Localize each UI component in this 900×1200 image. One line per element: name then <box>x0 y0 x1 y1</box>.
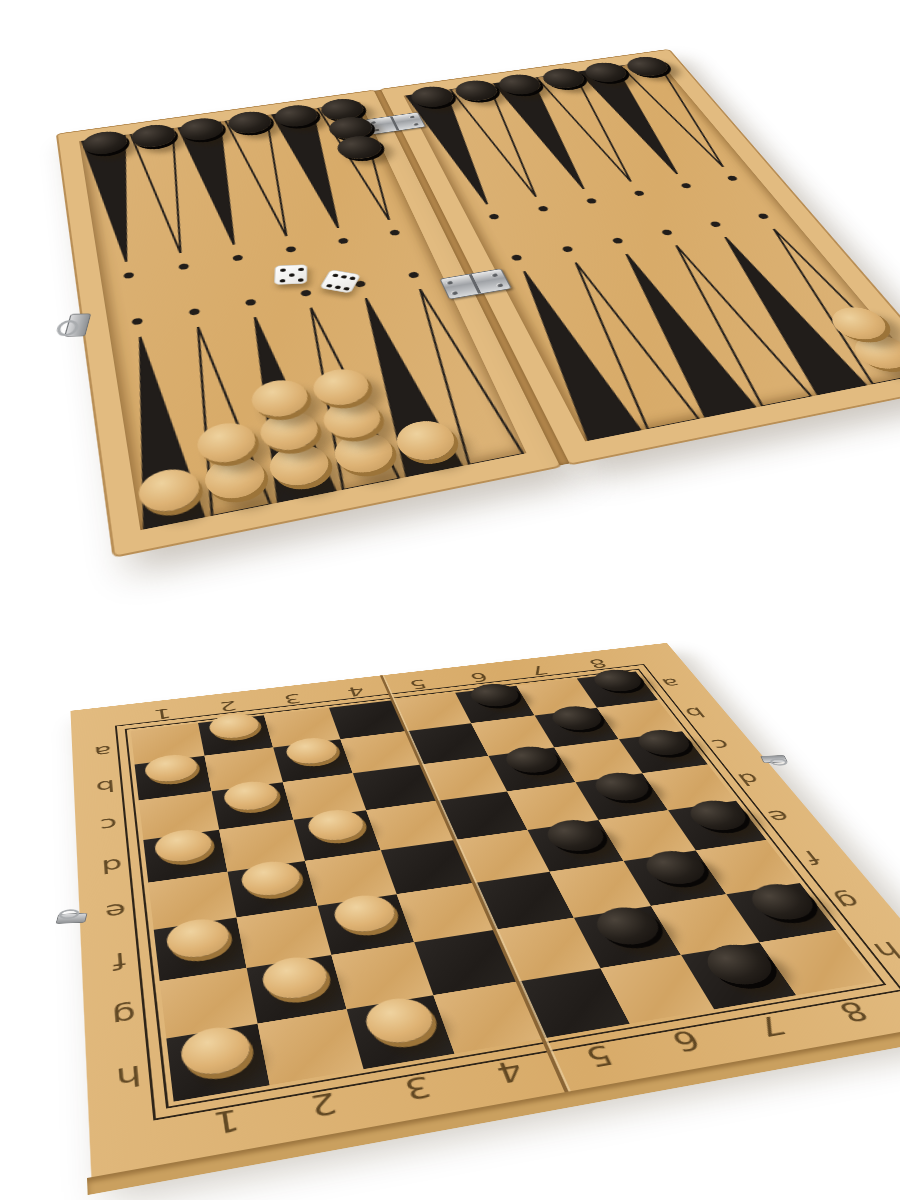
backgammon-point <box>178 122 257 249</box>
file-label: 5 <box>566 1034 632 1077</box>
board-square <box>471 715 554 756</box>
rank-label: e <box>751 803 806 830</box>
die-pip-icon <box>280 268 286 272</box>
checkers-board-surface: 1122334455667788aabbccddeeffgghh <box>70 643 900 1178</box>
rank-label: b <box>671 702 719 723</box>
checker-piece-white <box>222 779 281 813</box>
decorative-dot <box>726 175 738 181</box>
decorative-dot <box>680 183 692 189</box>
backgammon-open-box <box>58 50 900 556</box>
decorative-dot <box>131 318 143 326</box>
checker-piece-white <box>144 752 200 784</box>
board-square <box>258 1009 364 1085</box>
checker-piece-white <box>283 736 341 767</box>
board-square <box>131 723 205 764</box>
decorative-dot <box>510 254 522 261</box>
decorative-dot <box>123 272 134 279</box>
decorative-dot <box>633 190 645 196</box>
decorative-dot <box>488 213 500 220</box>
decorative-dot <box>245 299 257 307</box>
rank-label: a <box>648 673 694 693</box>
checker-piece-white <box>207 712 261 741</box>
file-label: 3 <box>386 1065 449 1110</box>
rank-label: f <box>783 842 841 871</box>
backgammon-point <box>654 242 811 407</box>
die-pip-icon <box>340 275 347 279</box>
decorative-dot <box>389 229 401 236</box>
file-label: 1 <box>143 703 183 724</box>
board-square <box>205 747 283 791</box>
file-label: 3 <box>272 688 313 709</box>
file-label: 6 <box>458 667 500 686</box>
die-pip-icon <box>334 285 341 289</box>
board-square <box>554 739 642 782</box>
rank-label: e <box>92 895 140 928</box>
die-pip-icon <box>326 284 333 288</box>
board-square <box>517 679 598 716</box>
decorative-dot <box>232 254 243 261</box>
checker-piece-black <box>466 682 524 709</box>
checker-piece-black <box>547 704 608 733</box>
die-pip-icon <box>298 278 304 282</box>
board-square <box>597 700 682 739</box>
checker-piece-black <box>500 744 563 775</box>
board-square <box>353 765 438 811</box>
rank-label: c <box>87 810 131 838</box>
board-square <box>535 708 619 748</box>
rank-label: b <box>85 774 127 799</box>
file-label: 8 <box>576 654 619 673</box>
board-square <box>264 708 340 748</box>
board-square <box>577 672 658 708</box>
board-square <box>421 756 507 801</box>
checker-piece-black <box>589 770 656 803</box>
decorative-dot <box>709 221 722 228</box>
decorative-dot <box>178 263 189 270</box>
board-square <box>489 748 576 792</box>
decorative-dot <box>408 271 420 278</box>
board-square <box>619 731 708 773</box>
checker-piece-black <box>588 668 647 694</box>
die-pip-icon <box>349 276 356 280</box>
board-square <box>273 739 353 782</box>
checker-piece-black <box>632 727 697 757</box>
board-square <box>507 782 598 830</box>
checker-piece-white <box>305 807 368 843</box>
board-square <box>393 693 472 731</box>
clasp-icon <box>55 913 87 924</box>
decorative-dot <box>285 246 296 253</box>
die-pip-icon <box>280 279 286 283</box>
board-square <box>212 782 294 830</box>
board-square <box>437 791 527 840</box>
decorative-dot <box>537 206 549 212</box>
backgammon-point <box>406 90 508 208</box>
board-square <box>576 773 669 820</box>
decorative-dot <box>586 198 598 204</box>
file-label: 5 <box>397 674 439 694</box>
product-photo-scene: 1122334455667788aabbccddeeffgghh <box>0 0 900 1200</box>
decorative-dot <box>661 229 674 236</box>
die <box>274 264 308 285</box>
decorative-dot <box>300 289 312 297</box>
board-square <box>329 700 406 739</box>
file-label: 1 <box>196 1097 257 1145</box>
rank-label: g <box>817 885 879 917</box>
board-square <box>643 765 737 811</box>
backgammon-point <box>604 250 755 418</box>
board-square <box>135 756 212 801</box>
decorative-dot <box>189 308 201 316</box>
board-square <box>455 686 535 724</box>
backgammon-point <box>272 109 361 232</box>
backgammon-board <box>115 0 795 550</box>
file-label: 2 <box>293 1081 355 1128</box>
rank-label: d <box>89 851 135 881</box>
backgammon-point <box>553 259 699 429</box>
rank-label: a <box>83 739 123 762</box>
die-pip-icon <box>289 273 295 277</box>
file-label: 8 <box>819 992 888 1032</box>
checker-piece-black <box>683 798 755 834</box>
file-label: 2 <box>208 696 248 717</box>
board-square <box>340 731 421 773</box>
rank-label: h <box>101 1054 157 1099</box>
rank-label: d <box>722 766 775 791</box>
decorative-dot <box>611 237 624 244</box>
board-square <box>760 930 877 995</box>
die-pip-icon <box>343 287 350 291</box>
die-pip-icon <box>332 273 339 277</box>
rank-label: g <box>98 996 151 1036</box>
file-label: 4 <box>478 1050 543 1094</box>
decorative-dot <box>338 237 350 244</box>
file-label: 7 <box>518 661 561 680</box>
board-square <box>198 715 273 756</box>
die-pip-icon <box>298 268 304 272</box>
decorative-dot <box>757 213 770 220</box>
checkers-board: 1122334455667788aabbccddeeffgghh <box>105 490 805 1190</box>
decorative-dot <box>561 246 573 253</box>
file-label: 4 <box>335 681 376 701</box>
file-label: 7 <box>737 1005 805 1046</box>
board-square <box>283 773 366 820</box>
board-square <box>406 723 488 764</box>
clasp-icon <box>760 755 788 763</box>
checker-piece-black <box>698 941 782 989</box>
file-label: 6 <box>653 1020 720 1062</box>
rank-label: f <box>94 943 145 979</box>
rank-label: c <box>696 733 746 756</box>
